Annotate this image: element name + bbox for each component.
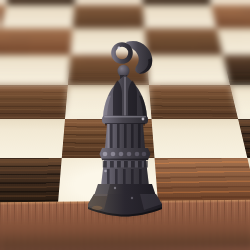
bishop-top-ring bbox=[114, 45, 131, 62]
square-2-3-dark bbox=[73, 5, 145, 29]
bishop-spire bbox=[103, 75, 147, 117]
square-3-5-light bbox=[217, 28, 250, 55]
chessboard-photo-scene: ♝ bbox=[0, 0, 250, 250]
square-2-2-light bbox=[1, 5, 75, 29]
square-2-5-dark bbox=[211, 5, 250, 29]
square-7-2-dark bbox=[0, 158, 62, 203]
bishop-mid-collar bbox=[100, 148, 151, 160]
dark-bishop-piece bbox=[82, 28, 174, 220]
square-2-4-light bbox=[143, 5, 217, 29]
bishop-lower-drum bbox=[101, 160, 149, 186]
square-3-2-dark bbox=[0, 28, 73, 55]
square-6-2-light bbox=[0, 119, 65, 158]
square-5-2-dark bbox=[0, 85, 68, 119]
square-4-2-light bbox=[0, 55, 70, 85]
bishop-column bbox=[105, 124, 145, 148]
bishop-base bbox=[88, 184, 162, 217]
